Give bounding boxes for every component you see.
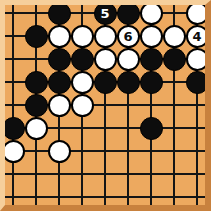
go-stone-black (117, 5, 140, 25)
go-stone-white (71, 94, 94, 117)
go-stone-white (163, 25, 186, 48)
go-stone-white (25, 117, 48, 140)
move-label: 6 (123, 30, 132, 43)
go-stone-white (48, 25, 71, 48)
go-stone-white: 6 (117, 25, 140, 48)
go-stone-black (140, 48, 163, 71)
go-stone-white (48, 94, 71, 117)
go-stone-black (48, 48, 71, 71)
go-stone-white (71, 71, 94, 94)
go-stone-black (48, 71, 71, 94)
go-stone-white (186, 48, 206, 71)
go-stone-white (94, 48, 117, 71)
go-stone-black (25, 71, 48, 94)
go-stone-black (48, 5, 71, 25)
board-play-area: 564 (5, 5, 205, 205)
go-stone-black (25, 25, 48, 48)
go-board: 564 (0, 0, 211, 211)
go-stone-black (25, 94, 48, 117)
go-stone-black (140, 71, 163, 94)
go-stone-black (117, 71, 140, 94)
go-stone-white (186, 5, 206, 25)
go-stone-black (71, 48, 94, 71)
move-label: 5 (100, 7, 109, 20)
go-stone-black (94, 71, 117, 94)
go-stone-black: 5 (94, 5, 117, 25)
go-stone-white (140, 5, 163, 25)
go-stone-black (5, 117, 25, 140)
move-label: 4 (192, 30, 201, 43)
go-stone-white: 4 (186, 25, 206, 48)
go-stone-black (163, 48, 186, 71)
go-stone-white (5, 140, 25, 163)
go-stone-white (140, 25, 163, 48)
go-stone-black (186, 71, 206, 94)
go-stone-white (94, 25, 117, 48)
go-stone-white (71, 25, 94, 48)
go-stone-white (117, 48, 140, 71)
go-stone-white (48, 140, 71, 163)
go-stone-black (140, 117, 163, 140)
